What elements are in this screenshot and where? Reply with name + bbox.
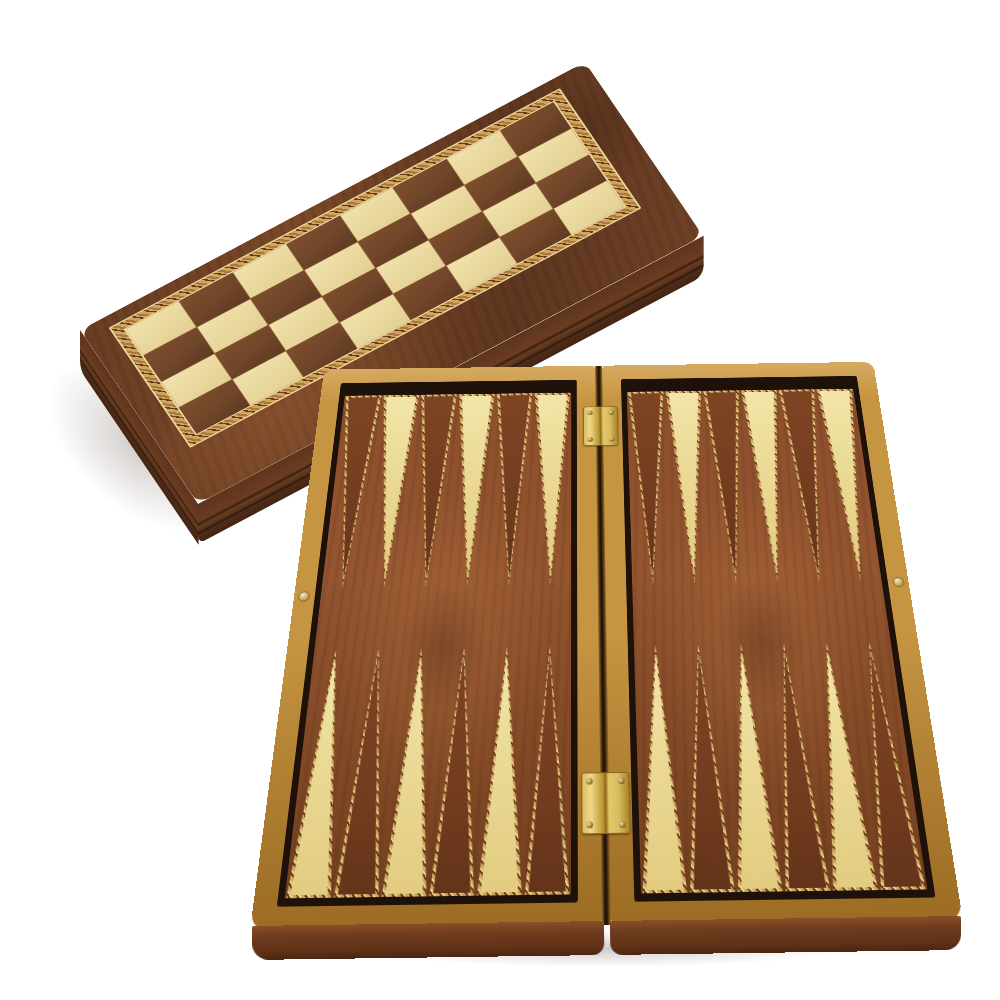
point-dark (322, 395, 383, 588)
point-cream (634, 643, 689, 893)
hinge-screw (587, 437, 593, 442)
board-half-left (250, 366, 602, 930)
point-cream (446, 394, 495, 587)
point-cream (530, 393, 572, 586)
open-backgammon-board (240, 229, 963, 971)
point-dark-fill (337, 656, 396, 894)
points-row-top-right (627, 389, 882, 584)
point-outline (384, 657, 438, 894)
hinge-screw (587, 410, 593, 415)
point-dark (428, 646, 486, 896)
points-row-bottom-left (285, 645, 571, 899)
point-dark-fill (409, 396, 455, 578)
brass-hinge-top (583, 406, 619, 446)
point-cream (380, 646, 443, 897)
board-front-wall-right (610, 916, 961, 955)
point-outline (638, 654, 685, 890)
product-photo-stage (0, 0, 1000, 1000)
hinge-screw (586, 822, 593, 829)
point-outline (724, 653, 780, 889)
point-dark-fill (705, 392, 752, 574)
point-dark-fill (630, 393, 670, 575)
point-cream (476, 645, 529, 895)
board-front-wall-left (252, 921, 604, 960)
hinge-screw (586, 778, 593, 785)
point-outline (480, 656, 525, 893)
hinge-screw (618, 778, 625, 785)
board-half-right (602, 362, 963, 925)
point-dark (627, 391, 674, 583)
playing-field-left (285, 393, 572, 899)
board-top-surface (250, 362, 963, 930)
point-outline (533, 395, 568, 576)
point-dark-fill (527, 654, 567, 892)
point-dark (677, 643, 737, 893)
playing-field-right (627, 389, 928, 894)
point-dark (523, 645, 571, 895)
board-well-left (277, 380, 578, 907)
point-outline (450, 396, 492, 577)
hinge-screw (619, 821, 626, 828)
point-dark-fill (326, 397, 379, 579)
point-outline (668, 393, 712, 573)
hinge-screw (608, 410, 614, 415)
board-well-right (621, 376, 936, 902)
point-dark (488, 393, 533, 586)
point-outline (819, 391, 877, 571)
point-dark-fill (492, 395, 531, 577)
points-row-top-left (322, 393, 571, 589)
board-perspective-scene (240, 229, 963, 930)
brass-hinge-bottom (581, 772, 630, 834)
point-cream (664, 391, 715, 583)
point-dark-fill (681, 652, 733, 890)
point-dark-fill (432, 655, 482, 893)
point-cream (815, 389, 881, 581)
points-row-bottom-right (634, 640, 927, 893)
hinge-screw (609, 437, 615, 442)
